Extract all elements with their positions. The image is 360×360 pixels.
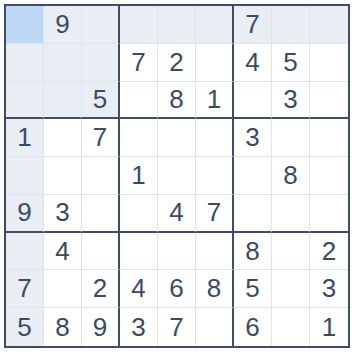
cell-r4c9[interactable] <box>310 119 348 157</box>
cell-r8c9[interactable]: 3 <box>310 270 348 308</box>
cell-r6c9[interactable] <box>310 195 348 233</box>
sudoku-board: 977245581317318934748272468535893761 <box>4 4 350 348</box>
cell-r2c9[interactable] <box>310 44 348 82</box>
cell-r9c7[interactable]: 6 <box>234 308 272 346</box>
cell-r6c1[interactable]: 9 <box>6 195 44 233</box>
cell-r7c3[interactable] <box>82 233 120 271</box>
cell-r9c8[interactable] <box>272 308 310 346</box>
cell-r7c1[interactable] <box>6 233 44 271</box>
cell-r5c1[interactable] <box>6 157 44 195</box>
cell-r4c5[interactable] <box>158 119 196 157</box>
cell-r1c6[interactable] <box>196 6 234 44</box>
cell-r8c6[interactable]: 8 <box>196 270 234 308</box>
cell-r3c3[interactable]: 5 <box>82 82 120 120</box>
cell-r1c3[interactable] <box>82 6 120 44</box>
cell-r8c7[interactable]: 5 <box>234 270 272 308</box>
cell-r6c4[interactable] <box>120 195 158 233</box>
cell-r3c7[interactable] <box>234 82 272 120</box>
cell-r6c3[interactable] <box>82 195 120 233</box>
cell-r7c7[interactable]: 8 <box>234 233 272 271</box>
cell-r2c3[interactable] <box>82 44 120 82</box>
cell-r8c5[interactable]: 6 <box>158 270 196 308</box>
cell-r7c9[interactable]: 2 <box>310 233 348 271</box>
cell-r4c4[interactable] <box>120 119 158 157</box>
cell-r9c2[interactable]: 8 <box>44 308 82 346</box>
cell-r3c9[interactable] <box>310 82 348 120</box>
cell-r8c2[interactable] <box>44 270 82 308</box>
cell-r1c9[interactable] <box>310 6 348 44</box>
cell-r5c4[interactable]: 1 <box>120 157 158 195</box>
cell-r6c7[interactable] <box>234 195 272 233</box>
cell-r8c8[interactable] <box>272 270 310 308</box>
cell-r3c8[interactable]: 3 <box>272 82 310 120</box>
cell-r4c6[interactable] <box>196 119 234 157</box>
cell-r9c1[interactable]: 5 <box>6 308 44 346</box>
cell-r4c8[interactable] <box>272 119 310 157</box>
cell-r5c3[interactable] <box>82 157 120 195</box>
cell-r2c6[interactable] <box>196 44 234 82</box>
cell-r1c5[interactable] <box>158 6 196 44</box>
cell-r9c5[interactable]: 7 <box>158 308 196 346</box>
cell-r4c7[interactable]: 3 <box>234 119 272 157</box>
cell-r9c3[interactable]: 9 <box>82 308 120 346</box>
cell-r9c6[interactable] <box>196 308 234 346</box>
cell-r4c1[interactable]: 1 <box>6 119 44 157</box>
cell-r2c7[interactable]: 4 <box>234 44 272 82</box>
cell-r9c9[interactable]: 1 <box>310 308 348 346</box>
cell-r5c6[interactable] <box>196 157 234 195</box>
cell-r7c5[interactable] <box>158 233 196 271</box>
cell-r5c9[interactable] <box>310 157 348 195</box>
cell-r5c5[interactable] <box>158 157 196 195</box>
cell-r1c8[interactable] <box>272 6 310 44</box>
cell-r4c2[interactable] <box>44 119 82 157</box>
cell-r3c4[interactable] <box>120 82 158 120</box>
cell-r2c1[interactable] <box>6 44 44 82</box>
cell-r5c8[interactable]: 8 <box>272 157 310 195</box>
cell-r1c1[interactable] <box>6 6 44 44</box>
cell-r5c7[interactable] <box>234 157 272 195</box>
cell-r8c4[interactable]: 4 <box>120 270 158 308</box>
cell-r3c6[interactable]: 1 <box>196 82 234 120</box>
cell-r7c6[interactable] <box>196 233 234 271</box>
cell-r3c5[interactable]: 8 <box>158 82 196 120</box>
cell-r2c4[interactable]: 7 <box>120 44 158 82</box>
cell-r4c3[interactable]: 7 <box>82 119 120 157</box>
cell-r6c8[interactable] <box>272 195 310 233</box>
cell-r5c2[interactable] <box>44 157 82 195</box>
cell-r7c4[interactable] <box>120 233 158 271</box>
sudoku-app: 977245581317318934748272468535893761 <box>0 0 360 360</box>
cell-r6c2[interactable]: 3 <box>44 195 82 233</box>
cell-r3c1[interactable] <box>6 82 44 120</box>
cell-r7c8[interactable] <box>272 233 310 271</box>
cell-r3c2[interactable] <box>44 82 82 120</box>
cell-r6c5[interactable]: 4 <box>158 195 196 233</box>
cell-r1c4[interactable] <box>120 6 158 44</box>
cell-r7c2[interactable]: 4 <box>44 233 82 271</box>
cell-r1c7[interactable]: 7 <box>234 6 272 44</box>
cell-r8c1[interactable]: 7 <box>6 270 44 308</box>
cell-r2c5[interactable]: 2 <box>158 44 196 82</box>
cell-r2c8[interactable]: 5 <box>272 44 310 82</box>
cell-r2c2[interactable] <box>44 44 82 82</box>
cell-r6c6[interactable]: 7 <box>196 195 234 233</box>
cell-r9c4[interactable]: 3 <box>120 308 158 346</box>
cell-r1c2[interactable]: 9 <box>44 6 82 44</box>
cell-r8c3[interactable]: 2 <box>82 270 120 308</box>
